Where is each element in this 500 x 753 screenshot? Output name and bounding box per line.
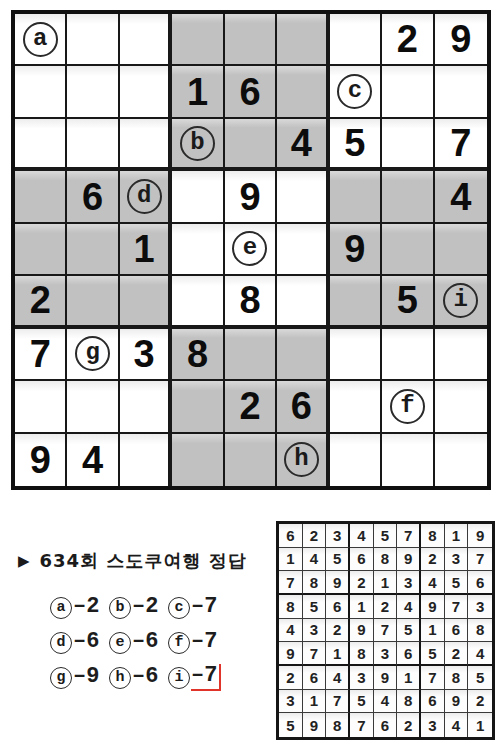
digit-cell: 5 xyxy=(279,713,303,737)
digit-cell: 7 xyxy=(326,690,350,714)
circled-letter-c: c xyxy=(337,74,372,109)
sudoku-puzzle-board: a2916cb4576d941e9285i7g3826f94h xyxy=(11,10,491,490)
digit-cell: 2 xyxy=(374,595,398,619)
digit-cell: 2 xyxy=(279,666,303,690)
circled-letter-a: a xyxy=(50,597,72,619)
digit-cell: 2 xyxy=(382,14,434,66)
empty-cell xyxy=(120,66,172,118)
digit-cell: 7 xyxy=(350,713,374,737)
empty-cell xyxy=(15,119,67,171)
answer-value: –7 xyxy=(191,595,219,620)
digit-cell: 8 xyxy=(397,690,421,714)
answer-value: –6 xyxy=(132,665,160,690)
digit-cell: 6 xyxy=(350,548,374,572)
answer-value: –2 xyxy=(73,595,101,620)
empty-cell xyxy=(67,276,119,328)
digit-cell: 6 xyxy=(279,524,303,548)
cell-letter-c: c xyxy=(330,66,382,118)
digit-cell: 1 xyxy=(120,224,172,276)
empty-cell xyxy=(225,434,277,486)
cell-letter-i: i xyxy=(435,276,487,328)
answer-item-b: b–2 xyxy=(109,590,168,625)
digit-cell: 3 xyxy=(279,690,303,714)
empty-cell xyxy=(277,224,329,276)
digit-cell: 2 xyxy=(225,381,277,433)
digit-cell: 4 xyxy=(421,571,445,595)
digit-cell: 4 xyxy=(468,642,492,666)
empty-cell xyxy=(435,434,487,486)
circled-letter-g: g xyxy=(50,667,72,689)
digit-cell: 8 xyxy=(326,713,350,737)
digit-cell: 4 xyxy=(397,595,421,619)
answer-value-highlighted: –7 xyxy=(191,664,221,691)
circled-letter-i: i xyxy=(168,667,190,689)
empty-cell xyxy=(15,224,67,276)
empty-cell xyxy=(225,119,277,171)
empty-cell xyxy=(382,119,434,171)
digit-cell: 5 xyxy=(330,119,382,171)
empty-cell xyxy=(330,14,382,66)
empty-cell xyxy=(330,381,382,433)
empty-cell xyxy=(172,434,224,486)
empty-cell xyxy=(277,14,329,66)
digit-cell: 6 xyxy=(445,619,469,643)
digit-cell: 3 xyxy=(468,595,492,619)
empty-cell xyxy=(382,171,434,223)
digit-cell: 9 xyxy=(445,690,469,714)
empty-cell xyxy=(120,381,172,433)
answer-item-e: e–6 xyxy=(109,625,168,660)
answer-value: –6 xyxy=(73,630,101,655)
digit-cell: 8 xyxy=(445,666,469,690)
digit-cell: 4 xyxy=(374,690,398,714)
digit-cell: 8 xyxy=(468,619,492,643)
digit-cell: 9 xyxy=(350,619,374,643)
digit-cell: 3 xyxy=(350,666,374,690)
empty-cell xyxy=(330,329,382,381)
answer-value: –2 xyxy=(132,595,160,620)
empty-cell xyxy=(15,66,67,118)
digit-cell: 3 xyxy=(421,713,445,737)
digit-cell: 6 xyxy=(374,713,398,737)
digit-cell: 4 xyxy=(350,524,374,548)
empty-cell xyxy=(172,14,224,66)
digit-cell: 5 xyxy=(421,642,445,666)
digit-cell: 3 xyxy=(120,329,172,381)
digit-cell: 8 xyxy=(303,571,327,595)
cell-letter-e: e xyxy=(225,224,277,276)
digit-cell: 2 xyxy=(445,642,469,666)
empty-cell xyxy=(67,119,119,171)
digit-cell: 4 xyxy=(445,713,469,737)
digit-cell: 9 xyxy=(279,642,303,666)
circled-letter-a: a xyxy=(23,22,58,57)
digit-cell: 7 xyxy=(435,119,487,171)
digit-cell: 1 xyxy=(421,619,445,643)
empty-cell xyxy=(382,434,434,486)
digit-cell: 8 xyxy=(421,524,445,548)
cell-letter-f: f xyxy=(382,381,434,433)
digit-cell: 2 xyxy=(326,619,350,643)
digit-cell: 6 xyxy=(326,595,350,619)
empty-cell xyxy=(172,276,224,328)
digit-cell: 4 xyxy=(326,666,350,690)
digit-cell: 7 xyxy=(279,571,303,595)
digit-cell: 3 xyxy=(374,642,398,666)
digit-cell: 8 xyxy=(225,276,277,328)
circled-letter-b: b xyxy=(180,126,215,161)
empty-cell xyxy=(435,329,487,381)
digit-cell: 2 xyxy=(421,548,445,572)
circled-letter-f: f xyxy=(390,389,425,424)
empty-cell xyxy=(435,66,487,118)
circled-letter-f: f xyxy=(168,632,190,654)
answer-value: –9 xyxy=(73,665,101,690)
digit-cell: 6 xyxy=(277,381,329,433)
empty-cell xyxy=(330,276,382,328)
empty-cell xyxy=(435,381,487,433)
digit-cell: 8 xyxy=(350,642,374,666)
cell-letter-b: b xyxy=(172,119,224,171)
digit-cell: 3 xyxy=(397,571,421,595)
digit-cell: 9 xyxy=(303,713,327,737)
empty-cell xyxy=(172,171,224,223)
cell-letter-g: g xyxy=(67,329,119,381)
cell-letter-a: a xyxy=(15,14,67,66)
digit-cell: 9 xyxy=(15,434,67,486)
digit-cell: 6 xyxy=(303,666,327,690)
digit-cell: 2 xyxy=(350,571,374,595)
answer-value: –7 xyxy=(191,630,219,655)
empty-cell xyxy=(172,224,224,276)
empty-cell xyxy=(67,381,119,433)
empty-cell xyxy=(67,66,119,118)
empty-cell xyxy=(225,14,277,66)
digit-cell: 9 xyxy=(468,524,492,548)
answer-item-g: g–9 xyxy=(50,660,109,695)
digit-cell: 7 xyxy=(303,642,327,666)
digit-cell: 3 xyxy=(326,524,350,548)
empty-cell xyxy=(330,171,382,223)
digit-cell: 2 xyxy=(15,276,67,328)
digit-cell: 4 xyxy=(277,119,329,171)
circled-letter-c: c xyxy=(168,597,190,619)
empty-cell xyxy=(277,171,329,223)
circled-letter-d: d xyxy=(50,632,72,654)
cell-letter-d: d xyxy=(120,171,172,223)
digit-cell: 5 xyxy=(397,619,421,643)
circled-letter-e: e xyxy=(109,632,131,654)
digit-cell: 3 xyxy=(445,548,469,572)
empty-cell xyxy=(120,14,172,66)
empty-cell xyxy=(330,434,382,486)
digit-cell: 5 xyxy=(350,690,374,714)
digit-cell: 7 xyxy=(374,619,398,643)
answer-key-list: a–2b–2c–7d–6e–6f–7g–9h–6i–7 xyxy=(50,590,227,695)
digit-cell: 1 xyxy=(397,666,421,690)
digit-cell: 5 xyxy=(445,571,469,595)
answer-item-f: f–7 xyxy=(168,625,227,660)
circled-letter-h: h xyxy=(284,442,319,477)
answer-value: –6 xyxy=(132,630,160,655)
digit-cell: 4 xyxy=(303,548,327,572)
cell-letter-h: h xyxy=(277,434,329,486)
empty-cell xyxy=(225,329,277,381)
circled-letter-h: h xyxy=(109,667,131,689)
answer-item-c: c–7 xyxy=(168,590,227,625)
answer-title-text: 634회 스도쿠여행 정답 xyxy=(40,549,247,573)
digit-cell: 5 xyxy=(303,595,327,619)
digit-cell: 7 xyxy=(421,666,445,690)
digit-cell: 9 xyxy=(435,14,487,66)
empty-cell xyxy=(382,66,434,118)
empty-cell xyxy=(435,224,487,276)
digit-cell: 2 xyxy=(303,524,327,548)
empty-cell xyxy=(382,329,434,381)
digit-cell: 9 xyxy=(397,548,421,572)
digit-cell: 9 xyxy=(225,171,277,223)
circled-letter-e: e xyxy=(232,231,267,266)
digit-cell: 3 xyxy=(303,619,327,643)
empty-cell xyxy=(277,276,329,328)
digit-cell: 7 xyxy=(15,329,67,381)
digit-cell: 9 xyxy=(374,666,398,690)
digit-cell: 4 xyxy=(67,434,119,486)
answer-item-a: a–2 xyxy=(50,590,109,625)
circled-letter-i: i xyxy=(443,283,478,318)
circled-letter-g: g xyxy=(75,336,110,371)
circled-letter-d: d xyxy=(127,179,162,214)
digit-cell: 2 xyxy=(468,690,492,714)
empty-cell xyxy=(277,329,329,381)
digit-cell: 7 xyxy=(397,524,421,548)
digit-cell: 1 xyxy=(279,548,303,572)
answer-item-d: d–6 xyxy=(50,625,109,660)
triangle-bullet-icon: ▶ xyxy=(18,552,31,570)
empty-cell xyxy=(120,276,172,328)
answer-item-h: h–6 xyxy=(109,660,168,695)
digit-cell: 1 xyxy=(326,642,350,666)
empty-cell xyxy=(120,434,172,486)
digit-cell: 8 xyxy=(279,595,303,619)
digit-cell: 5 xyxy=(468,666,492,690)
digit-cell: 6 xyxy=(468,571,492,595)
digit-cell: 1 xyxy=(303,690,327,714)
digit-cell: 1 xyxy=(374,571,398,595)
empty-cell xyxy=(15,171,67,223)
digit-cell: 1 xyxy=(468,713,492,737)
digit-cell: 1 xyxy=(350,595,374,619)
digit-cell: 6 xyxy=(421,690,445,714)
digit-cell: 5 xyxy=(326,548,350,572)
empty-cell xyxy=(172,381,224,433)
digit-cell: 6 xyxy=(397,642,421,666)
empty-cell xyxy=(277,66,329,118)
circled-letter-b: b xyxy=(109,597,131,619)
sudoku-solution-board: 6234578191456892377892134568561249734329… xyxy=(276,521,495,740)
empty-cell xyxy=(120,119,172,171)
digit-cell: 8 xyxy=(374,548,398,572)
digit-cell: 7 xyxy=(468,548,492,572)
digit-cell: 1 xyxy=(445,524,469,548)
digit-cell: 5 xyxy=(374,524,398,548)
digit-cell: 8 xyxy=(172,329,224,381)
answer-section-title: ▶ 634회 스도쿠여행 정답 xyxy=(18,549,247,573)
empty-cell xyxy=(382,224,434,276)
digit-cell: 9 xyxy=(421,595,445,619)
empty-cell xyxy=(67,224,119,276)
digit-cell: 9 xyxy=(330,224,382,276)
digit-cell: 1 xyxy=(172,66,224,118)
digit-cell: 6 xyxy=(67,171,119,223)
empty-cell xyxy=(67,14,119,66)
digit-cell: 4 xyxy=(279,619,303,643)
digit-cell: 2 xyxy=(397,713,421,737)
digit-cell: 7 xyxy=(445,595,469,619)
digit-cell: 4 xyxy=(435,171,487,223)
empty-cell xyxy=(15,381,67,433)
digit-cell: 9 xyxy=(326,571,350,595)
digit-cell: 5 xyxy=(382,276,434,328)
digit-cell: 6 xyxy=(225,66,277,118)
answer-item-i: i–7 xyxy=(168,660,227,695)
